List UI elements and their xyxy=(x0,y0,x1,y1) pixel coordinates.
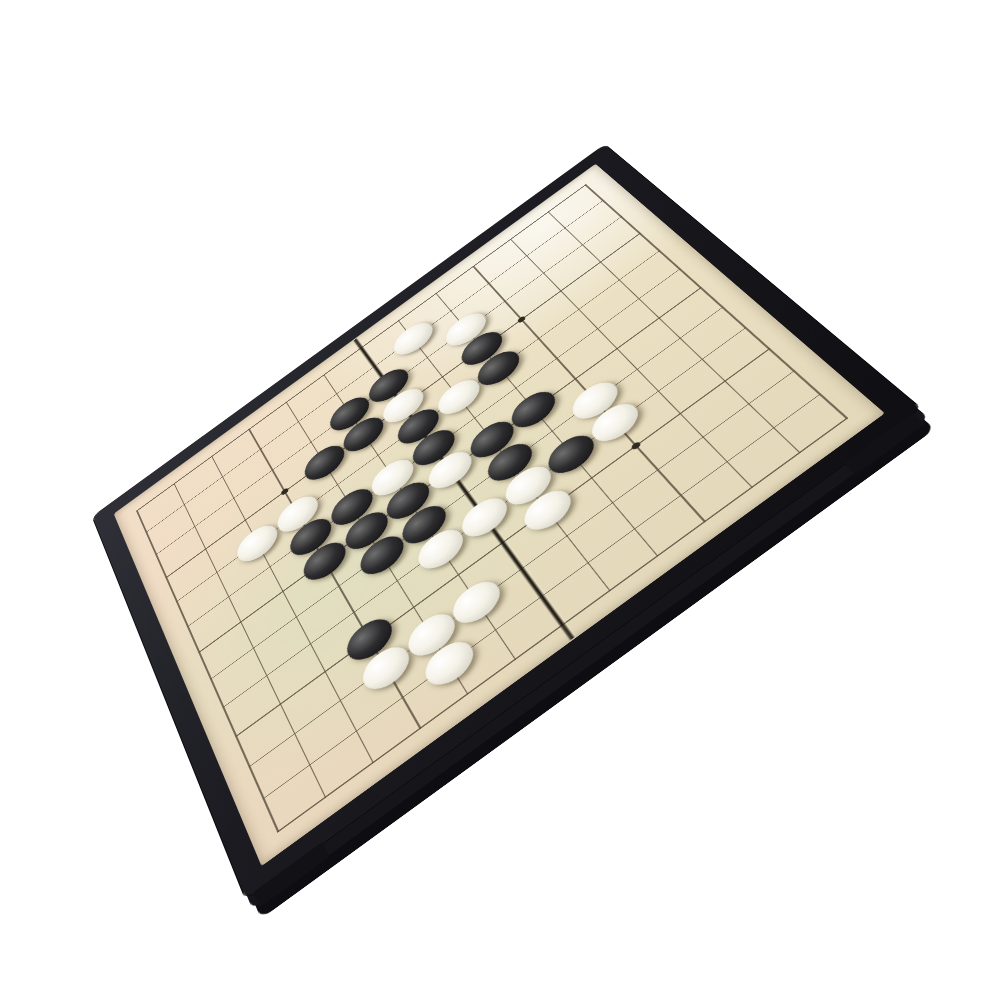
black-stone[interactable] xyxy=(341,611,398,668)
white-stone[interactable] xyxy=(412,522,469,576)
black-stone[interactable] xyxy=(354,529,409,582)
black-stone[interactable] xyxy=(542,428,602,480)
white-stone[interactable] xyxy=(565,375,624,425)
grid-line-vertical xyxy=(510,239,753,489)
grid-line-vertical xyxy=(547,211,800,453)
black-stone[interactable] xyxy=(481,437,539,488)
grid-line-vertical xyxy=(585,184,848,419)
black-stone[interactable] xyxy=(464,415,520,465)
white-stone[interactable] xyxy=(419,634,480,694)
white-stone[interactable] xyxy=(357,639,416,698)
grid-line-horizontal xyxy=(263,393,821,799)
white-stone[interactable] xyxy=(456,491,514,544)
white-stone[interactable] xyxy=(585,397,646,449)
photo-scene xyxy=(0,0,1002,1002)
black-stone[interactable] xyxy=(397,498,453,550)
black-stone[interactable] xyxy=(505,385,562,434)
white-stone[interactable] xyxy=(446,573,507,630)
white-stone[interactable] xyxy=(499,460,558,513)
white-stone[interactable] xyxy=(233,518,283,568)
grid-line-horizontal xyxy=(277,417,848,832)
go-board xyxy=(93,144,922,899)
